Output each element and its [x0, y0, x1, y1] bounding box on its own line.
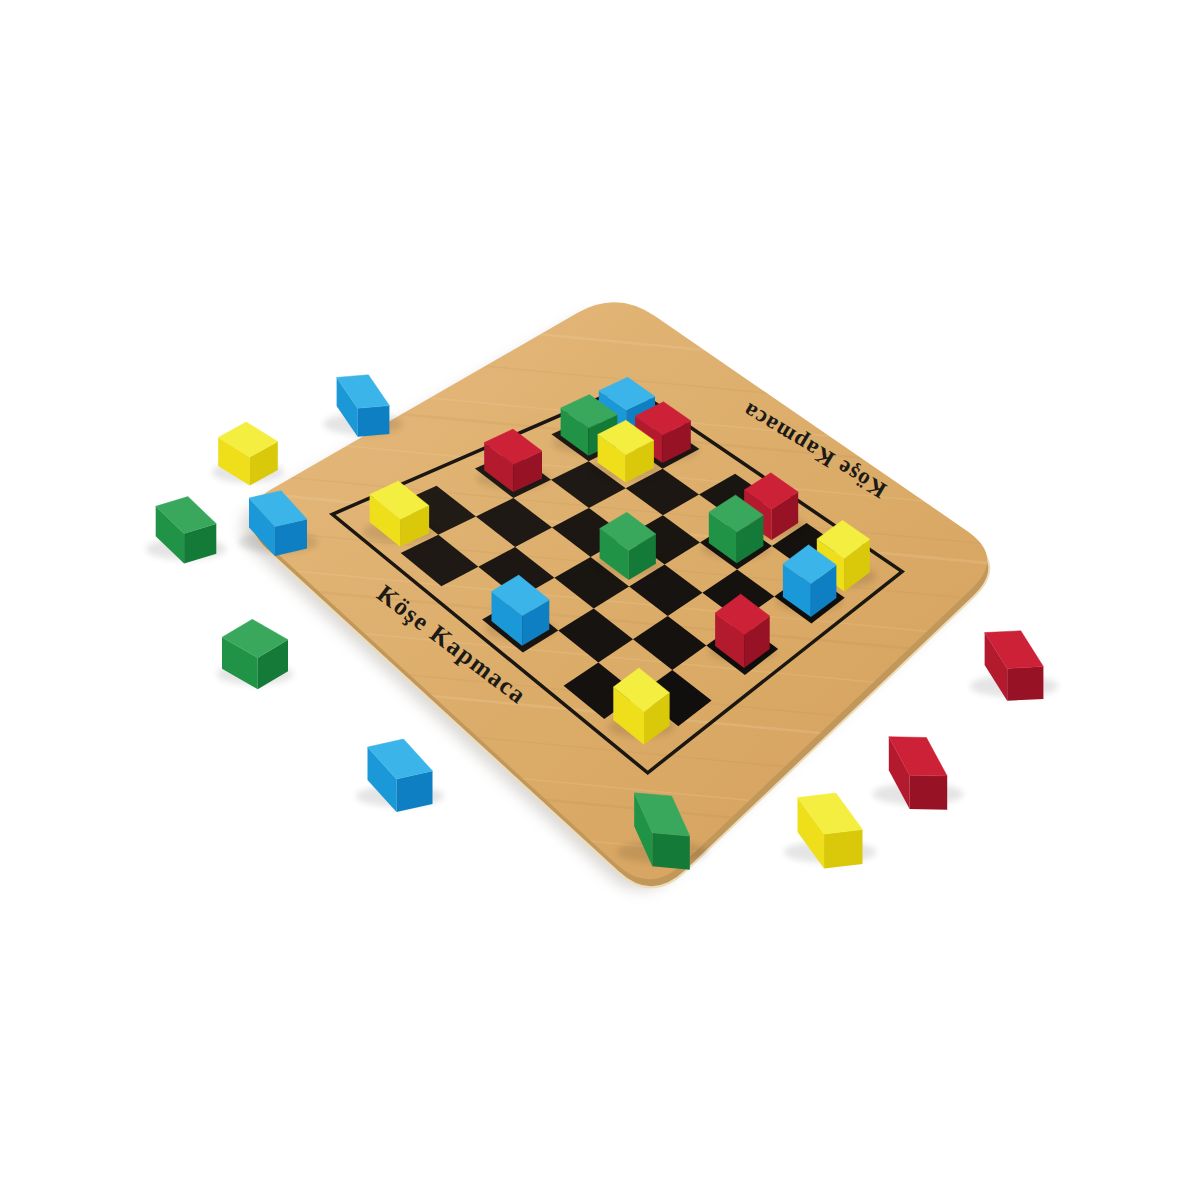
cube-blue-loose-5[interactable]	[356, 739, 444, 812]
cube-face-right	[910, 775, 948, 809]
cube-blue-loose-0[interactable]	[323, 375, 403, 437]
cube-red-loose-8[interactable]	[872, 737, 963, 810]
cube-red-loose-9[interactable]	[970, 631, 1059, 701]
cube-face-right	[652, 833, 690, 870]
cube-green-loose-4[interactable]	[217, 619, 294, 689]
board-scene: Köşe KapmacaKöşe Kapmaca	[0, 0, 1200, 1200]
cube-face-right	[358, 406, 390, 437]
cube-yellow-loose-1[interactable]	[212, 422, 284, 486]
cube-face-right	[824, 829, 862, 868]
cube-green-loose-2[interactable]	[146, 497, 226, 564]
cube-yellow-loose-7[interactable]	[784, 793, 877, 869]
board-game-photo: Köşe KapmacaKöşe Kapmaca	[0, 0, 1200, 1200]
cube-face-right	[1007, 667, 1043, 701]
